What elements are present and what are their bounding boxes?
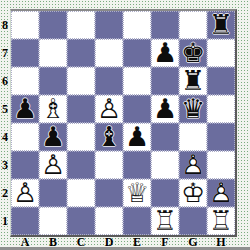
square-g1[interactable] [179, 207, 207, 235]
black-pawn[interactable]: ♟ [152, 39, 178, 67]
black-rook[interactable]: ♜ [208, 11, 234, 39]
square-b7[interactable] [39, 39, 67, 67]
square-h2[interactable]: ♟♙ [207, 179, 235, 207]
rank-label-8: 8 [0, 11, 10, 39]
black-pawn[interactable]: ♟ [40, 123, 66, 151]
square-c5[interactable] [67, 95, 95, 123]
square-f2[interactable] [151, 179, 179, 207]
square-e3[interactable] [123, 151, 151, 179]
black-king[interactable]: ♚ [180, 39, 206, 67]
square-e2[interactable]: ♛♕ [123, 179, 151, 207]
white-rook[interactable]: ♜♖ [152, 207, 178, 235]
square-d5[interactable]: ♟♙ [95, 95, 123, 123]
square-a5[interactable]: ♟ [11, 95, 39, 123]
square-b2[interactable] [39, 179, 67, 207]
square-d6[interactable] [95, 67, 123, 95]
board-frame: ♜♟♚♜♟♝♗♟♙♟♛♟♝♟♟♙♟♙♟♙♛♕♚♔♟♙♜♖♜♖ [10, 9, 237, 237]
rank-label-1: 1 [0, 207, 10, 235]
rank-label-3: 3 [0, 151, 10, 179]
square-g3[interactable]: ♟♙ [179, 151, 207, 179]
square-h4[interactable] [207, 123, 235, 151]
white-pawn[interactable]: ♟♙ [12, 179, 38, 207]
square-f4[interactable] [151, 123, 179, 151]
white-pawn[interactable]: ♟♙ [96, 95, 122, 123]
square-d2[interactable] [95, 179, 123, 207]
square-e5[interactable] [123, 95, 151, 123]
square-a8[interactable] [11, 11, 39, 39]
white-pawn[interactable]: ♟♙ [208, 179, 234, 207]
white-queen[interactable]: ♛♕ [124, 179, 150, 207]
square-e8[interactable] [123, 11, 151, 39]
black-pawn[interactable]: ♟ [12, 95, 38, 123]
square-f3[interactable] [151, 151, 179, 179]
square-a3[interactable] [11, 151, 39, 179]
square-e6[interactable] [123, 67, 151, 95]
rank-label-2: 2 [0, 179, 10, 207]
square-c1[interactable] [67, 207, 95, 235]
square-c4[interactable] [67, 123, 95, 151]
square-e1[interactable] [123, 207, 151, 235]
square-f5[interactable]: ♟ [151, 95, 179, 123]
square-c6[interactable] [67, 67, 95, 95]
square-h3[interactable] [207, 151, 235, 179]
square-c2[interactable] [67, 179, 95, 207]
black-pawn[interactable]: ♟ [152, 95, 178, 123]
square-g5[interactable]: ♛ [179, 95, 207, 123]
square-a1[interactable] [11, 207, 39, 235]
square-b1[interactable] [39, 207, 67, 235]
square-b8[interactable] [39, 11, 67, 39]
square-f7[interactable]: ♟ [151, 39, 179, 67]
white-king[interactable]: ♚♔ [180, 179, 206, 207]
square-b5[interactable]: ♝♗ [39, 95, 67, 123]
square-a7[interactable] [11, 39, 39, 67]
square-a4[interactable] [11, 123, 39, 151]
rank-label-5: 5 [0, 95, 10, 123]
square-g4[interactable] [179, 123, 207, 151]
square-h5[interactable] [207, 95, 235, 123]
white-pawn[interactable]: ♟♙ [180, 151, 206, 179]
square-b3[interactable]: ♟♙ [39, 151, 67, 179]
white-pawn[interactable]: ♟♙ [40, 151, 66, 179]
square-g7[interactable]: ♚ [179, 39, 207, 67]
rank-label-6: 6 [0, 67, 10, 95]
square-g6[interactable]: ♜ [179, 67, 207, 95]
square-f8[interactable] [151, 11, 179, 39]
square-c7[interactable] [67, 39, 95, 67]
square-d4[interactable]: ♝ [95, 123, 123, 151]
square-b4[interactable]: ♟ [39, 123, 67, 151]
square-d1[interactable] [95, 207, 123, 235]
chess-diagram: 87654321 ♜♟♚♜♟♝♗♟♙♟♛♟♝♟♟♙♟♙♟♙♛♕♚♔♟♙♜♖♜♖ … [0, 0, 250, 250]
square-h8[interactable]: ♜ [207, 11, 235, 39]
square-a2[interactable]: ♟♙ [11, 179, 39, 207]
black-bishop[interactable]: ♝ [96, 123, 122, 151]
square-b6[interactable] [39, 67, 67, 95]
square-d3[interactable] [95, 151, 123, 179]
rank-label-7: 7 [0, 39, 10, 67]
square-a6[interactable] [11, 67, 39, 95]
square-e7[interactable] [123, 39, 151, 67]
square-h7[interactable] [207, 39, 235, 67]
rank-labels: 87654321 [0, 11, 10, 235]
board: ♜♟♚♜♟♝♗♟♙♟♛♟♝♟♟♙♟♙♟♙♛♕♚♔♟♙♜♖♜♖ [11, 11, 235, 235]
white-bishop[interactable]: ♝♗ [40, 95, 66, 123]
black-pawn[interactable]: ♟ [124, 123, 150, 151]
rank-label-4: 4 [0, 123, 10, 151]
square-d7[interactable] [95, 39, 123, 67]
white-rook[interactable]: ♜♖ [208, 207, 234, 235]
square-g2[interactable]: ♚♔ [179, 179, 207, 207]
black-queen[interactable]: ♛ [180, 95, 206, 123]
square-e4[interactable]: ♟ [123, 123, 151, 151]
square-d8[interactable] [95, 11, 123, 39]
square-h1[interactable]: ♜♖ [207, 207, 235, 235]
square-f1[interactable]: ♜♖ [151, 207, 179, 235]
square-c8[interactable] [67, 11, 95, 39]
square-c3[interactable] [67, 151, 95, 179]
square-f6[interactable] [151, 67, 179, 95]
square-h6[interactable] [207, 67, 235, 95]
square-g8[interactable] [179, 11, 207, 39]
black-rook[interactable]: ♜ [180, 67, 206, 95]
